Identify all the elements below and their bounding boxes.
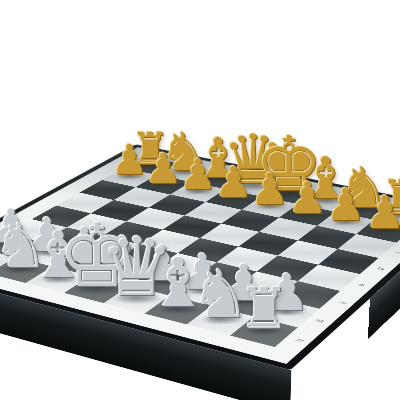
square-a1 <box>230 316 298 347</box>
square-d3 <box>154 253 216 278</box>
square-b3 <box>234 272 297 299</box>
square-e2 <box>91 260 155 286</box>
chess-board: abcdefgh <box>0 144 400 370</box>
square-f1 <box>26 266 91 292</box>
square-f2 <box>53 251 116 276</box>
coordinate-label: e <box>356 283 367 287</box>
coordinate-label: d <box>375 266 386 270</box>
square-f3 <box>78 236 139 260</box>
coordinate-label: f <box>336 301 346 304</box>
square-b5 <box>278 240 338 264</box>
square-g2 <box>16 242 79 267</box>
square-a2 <box>254 298 320 327</box>
square-e3 <box>116 244 178 269</box>
square-b2 <box>211 288 276 316</box>
coordinate-label: c <box>393 251 400 254</box>
square-b1 <box>187 306 254 336</box>
square-d4 <box>178 238 239 262</box>
square-g1 <box>0 257 53 283</box>
square-b4 <box>257 256 319 282</box>
square-a4 <box>298 265 360 291</box>
square-c1 <box>145 296 212 325</box>
square-e1 <box>64 276 130 303</box>
coordinate-label: h <box>292 338 304 343</box>
coordinate-label: g <box>315 319 326 323</box>
chess-set-photo: abcdefgh ♜♞♝♛♚♝♞♜♟♟♟♟♟♟♟♟♟♟♟♟♟♟♟♟♜♞♝♚♛♝♞… <box>0 0 400 400</box>
square-c2 <box>170 279 235 306</box>
square-d1 <box>104 286 170 314</box>
square-a3 <box>276 281 340 309</box>
square-c3 <box>194 262 257 288</box>
square-a5 <box>318 249 378 274</box>
square-h1 <box>0 248 16 273</box>
square-d2 <box>130 269 194 296</box>
square-c4 <box>217 247 278 272</box>
